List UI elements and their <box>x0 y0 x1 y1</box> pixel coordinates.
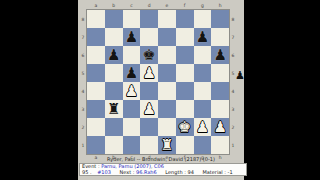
game-id-link[interactable]: #103 <box>97 169 111 175</box>
square-d3: ♟ <box>140 100 158 118</box>
square-g5 <box>194 64 212 82</box>
coord-label: 8 <box>230 10 236 28</box>
square-d4 <box>140 82 158 100</box>
square-b3: ♜ <box>105 100 123 118</box>
file-labels-top: abcdefgh <box>87 3 229 8</box>
coord-label: 3 <box>80 100 86 118</box>
coord-label: 3 <box>230 100 236 118</box>
white-rook: ♜ <box>158 136 176 154</box>
square-a3 <box>87 100 105 118</box>
white-king: ♚ <box>176 118 194 136</box>
length-label: Length : <box>165 169 186 175</box>
square-h2: ♟ <box>211 118 229 136</box>
square-f8 <box>176 10 194 28</box>
square-e6 <box>158 46 176 64</box>
square-h6: ♟ <box>211 46 229 64</box>
square-e8 <box>158 10 176 28</box>
white-pawn: ♟ <box>140 64 158 82</box>
square-f5 <box>176 64 194 82</box>
video-frame: abcdefgh abcdefgh 87654321 87654321 ♟♟♟♚… <box>0 0 320 180</box>
square-a1 <box>87 136 105 154</box>
square-a2 <box>87 118 105 136</box>
black-rook: ♜ <box>105 100 123 118</box>
square-a7 <box>87 28 105 46</box>
square-e1: ♜ <box>158 136 176 154</box>
coord-label: 1 <box>80 136 86 154</box>
square-e3 <box>158 100 176 118</box>
square-d2 <box>140 118 158 136</box>
coord-label: d <box>140 3 158 8</box>
white-pawn: ♟ <box>211 118 229 136</box>
square-b7 <box>105 28 123 46</box>
square-f1 <box>176 136 194 154</box>
square-e5 <box>158 64 176 82</box>
square-e2 <box>158 118 176 136</box>
square-g1 <box>194 136 212 154</box>
square-c1 <box>123 136 141 154</box>
square-h8 <box>211 10 229 28</box>
coord-label: 7 <box>230 28 236 46</box>
length-value: 94 <box>187 169 193 175</box>
square-f2: ♚ <box>176 118 194 136</box>
square-f4 <box>176 82 194 100</box>
square-a8 <box>87 10 105 28</box>
players-line: Ryder, Paul -- Brondwin, David (2187) (0… <box>78 156 244 162</box>
black-pawn: ♟ <box>105 46 123 64</box>
square-c5: ♟ <box>123 64 141 82</box>
coord-label: 1 <box>230 136 236 154</box>
coord-label: 5 <box>80 64 86 82</box>
square-b1 <box>105 136 123 154</box>
square-h7 <box>211 28 229 46</box>
square-b5 <box>105 64 123 82</box>
material-label: Material : <box>202 169 226 175</box>
move-number: 95 . <box>82 169 92 175</box>
square-g6 <box>194 46 212 64</box>
square-h5 <box>211 64 229 82</box>
square-b4 <box>105 82 123 100</box>
square-f6 <box>176 46 194 64</box>
square-g3 <box>194 100 212 118</box>
square-d5: ♟ <box>140 64 158 82</box>
square-a4 <box>87 82 105 100</box>
coord-label: e <box>158 3 176 8</box>
square-g4 <box>194 82 212 100</box>
square-d1 <box>140 136 158 154</box>
coord-label: 6 <box>80 46 86 64</box>
next-move-link[interactable]: 96.Rxh6 <box>136 169 157 175</box>
coord-label: a <box>87 3 105 8</box>
coord-label: b <box>105 3 123 8</box>
square-d6: ♚ <box>140 46 158 64</box>
coord-label: 6 <box>230 46 236 64</box>
coord-label: 2 <box>80 118 86 136</box>
black-pawn: ♟ <box>194 28 212 46</box>
coord-label: 2 <box>230 118 236 136</box>
rank-labels-left: 87654321 <box>80 10 86 154</box>
white-pawn: ♟ <box>123 82 141 100</box>
white-pawn: ♟ <box>194 118 212 136</box>
square-f7 <box>176 28 194 46</box>
coord-label: g <box>194 3 212 8</box>
square-c3 <box>123 100 141 118</box>
status-line: 95 . #103 Next : 96.Rxh6 Length : 94 Mat… <box>82 170 244 176</box>
game-info-box: Event : Parnu, Parnu (2007), C06 95 . #1… <box>79 163 247 176</box>
coord-label: h <box>211 3 229 8</box>
black-pawn: ♟ <box>123 64 141 82</box>
square-f3 <box>176 100 194 118</box>
coord-label: 7 <box>80 28 86 46</box>
black-king: ♚ <box>140 46 158 64</box>
square-g2: ♟ <box>194 118 212 136</box>
coord-label: 4 <box>230 82 236 100</box>
square-e4 <box>158 82 176 100</box>
material-value: -1 <box>228 169 233 175</box>
square-g8 <box>194 10 212 28</box>
square-c6 <box>123 46 141 64</box>
coord-label: c <box>123 3 141 8</box>
square-h4 <box>211 82 229 100</box>
square-a5 <box>87 64 105 82</box>
square-e7 <box>158 28 176 46</box>
square-c8 <box>123 10 141 28</box>
chess-board: ♟♟♟♚♟♟♟♟♜♟♚♟♟♜ <box>87 10 229 154</box>
square-b2 <box>105 118 123 136</box>
board-panel: abcdefgh abcdefgh 87654321 87654321 ♟♟♟♚… <box>78 0 244 180</box>
square-h3 <box>211 100 229 118</box>
square-c7: ♟ <box>123 28 141 46</box>
square-a6 <box>87 46 105 64</box>
square-h1 <box>211 136 229 154</box>
square-b6: ♟ <box>105 46 123 64</box>
coord-label: f <box>176 3 194 8</box>
black-pawn: ♟ <box>123 28 141 46</box>
black-pawn: ♟ <box>211 46 229 64</box>
square-g7: ♟ <box>194 28 212 46</box>
square-d8 <box>140 10 158 28</box>
white-pawn: ♟ <box>140 100 158 118</box>
next-label: Next : <box>119 169 134 175</box>
square-c2 <box>123 118 141 136</box>
square-b8 <box>105 10 123 28</box>
coord-label: 4 <box>80 82 86 100</box>
coord-label: 8 <box>80 10 86 28</box>
square-c4: ♟ <box>123 82 141 100</box>
rank-labels-right: 87654321 <box>230 10 236 154</box>
square-d7 <box>140 28 158 46</box>
side-to-move-pawn-indicator: ♟ <box>235 70 245 82</box>
